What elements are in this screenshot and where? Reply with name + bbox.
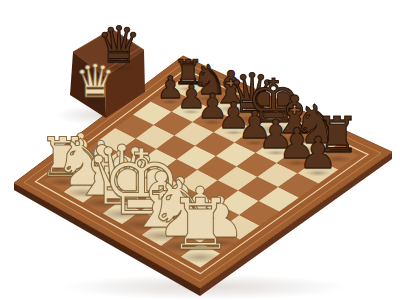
white-r-glyph: ♜ [168,189,232,260]
chess-set-photo: ♛♜♞♟♛♝♟♛♟♚♟♝♟♞♟♜♟♟♟♟♜♟♞♟♝♟♛♟♚♟♝♟♞♜ [0,0,400,300]
black-p-glyph: ♟ [298,131,337,175]
pieces-layer: ♛♜♞♟♛♝♟♛♟♚♟♝♟♞♟♜♟♟♟♟♜♟♞♟♝♟♛♟♚♟♝♟♞♜ [0,0,400,300]
white-q-glyph: ♛ [74,58,115,104]
